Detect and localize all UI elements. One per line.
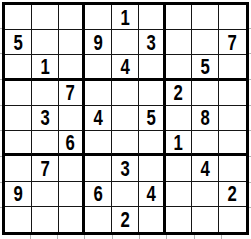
cell-r9c1[interactable] <box>5 207 32 232</box>
cell-r2c7[interactable] <box>166 30 193 55</box>
given-digit: 4 <box>146 182 155 205</box>
cell-r7c9[interactable] <box>219 156 246 181</box>
cell-r7c7[interactable] <box>166 156 193 181</box>
given-digit: 8 <box>201 106 210 129</box>
cell-r5c4[interactable]: 4 <box>85 106 112 131</box>
cell-r1c4[interactable] <box>85 5 112 30</box>
cell-r6c7[interactable]: 1 <box>166 131 193 156</box>
cell-r7c1[interactable] <box>5 156 32 181</box>
cell-r5c5[interactable] <box>112 106 139 131</box>
cell-r7c8[interactable]: 4 <box>192 156 219 181</box>
cell-r1c8[interactable] <box>192 5 219 30</box>
cell-r4c1[interactable] <box>5 81 32 106</box>
cell-r2c9[interactable]: 7 <box>219 30 246 55</box>
cell-r9c2[interactable] <box>32 207 59 232</box>
cell-r4c2[interactable] <box>32 81 59 106</box>
cell-r5c2[interactable]: 3 <box>32 106 59 131</box>
given-digit: 1 <box>120 6 129 29</box>
cell-r1c7[interactable] <box>166 5 193 30</box>
cell-r8c9[interactable]: 2 <box>219 182 246 207</box>
given-digit: 9 <box>94 31 103 54</box>
cell-r6c9[interactable] <box>219 131 246 156</box>
given-digit: 5 <box>13 31 22 54</box>
cell-r7c6[interactable] <box>139 156 166 181</box>
cell-r8c1[interactable]: 9 <box>5 182 32 207</box>
cell-r3c9[interactable] <box>219 55 246 80</box>
cell-r8c3[interactable] <box>59 182 86 207</box>
cell-r9c6[interactable] <box>139 207 166 232</box>
cell-r8c8[interactable] <box>192 182 219 207</box>
given-digit: 1 <box>174 131 183 154</box>
given-digit: 4 <box>94 106 103 129</box>
given-digit: 3 <box>40 106 49 129</box>
cell-r8c6[interactable]: 4 <box>139 182 166 207</box>
given-digit: 2 <box>174 81 183 104</box>
cell-r6c4[interactable] <box>85 131 112 156</box>
cell-r2c4[interactable]: 9 <box>85 30 112 55</box>
cell-r3c5[interactable]: 4 <box>112 55 139 80</box>
cell-r8c4[interactable]: 6 <box>85 182 112 207</box>
cell-r2c3[interactable] <box>59 30 86 55</box>
cell-r7c3[interactable] <box>59 156 86 181</box>
cell-r8c2[interactable] <box>32 182 59 207</box>
cell-r3c6[interactable] <box>139 55 166 80</box>
cell-r4c5[interactable] <box>112 81 139 106</box>
cell-r7c4[interactable] <box>85 156 112 181</box>
cell-r5c8[interactable]: 8 <box>192 106 219 131</box>
given-digit: 7 <box>228 31 237 54</box>
cell-r1c1[interactable] <box>5 5 32 30</box>
given-digit: 4 <box>201 157 210 180</box>
sudoku-puzzle-image: 159371457234586173496422 <box>0 0 251 239</box>
cell-r6c6[interactable] <box>139 131 166 156</box>
cell-r3c1[interactable] <box>5 55 32 80</box>
cell-r2c8[interactable] <box>192 30 219 55</box>
cell-r2c5[interactable] <box>112 30 139 55</box>
cell-r4c7[interactable]: 2 <box>166 81 193 106</box>
cell-r9c4[interactable] <box>85 207 112 232</box>
cell-r9c3[interactable] <box>59 207 86 232</box>
given-digit: 4 <box>120 55 129 78</box>
cell-r3c4[interactable] <box>85 55 112 80</box>
cell-r7c2[interactable]: 7 <box>32 156 59 181</box>
given-digit: 7 <box>66 81 75 104</box>
cell-r4c3[interactable]: 7 <box>59 81 86 106</box>
cell-r9c5[interactable]: 2 <box>112 207 139 232</box>
cell-r2c1[interactable]: 5 <box>5 30 32 55</box>
cell-r3c3[interactable] <box>59 55 86 80</box>
given-digit: 7 <box>40 157 49 180</box>
cell-r8c5[interactable] <box>112 182 139 207</box>
cell-r5c3[interactable] <box>59 106 86 131</box>
cell-r8c7[interactable] <box>166 182 193 207</box>
cell-r2c6[interactable]: 3 <box>139 30 166 55</box>
cell-r4c4[interactable] <box>85 81 112 106</box>
given-digit: 2 <box>120 208 129 231</box>
cell-r1c6[interactable] <box>139 5 166 30</box>
cell-r2c2[interactable] <box>32 30 59 55</box>
cell-r1c5[interactable]: 1 <box>112 5 139 30</box>
given-digit: 1 <box>40 55 49 78</box>
cell-r3c2[interactable]: 1 <box>32 55 59 80</box>
cell-r4c9[interactable] <box>219 81 246 106</box>
cell-r5c6[interactable]: 5 <box>139 106 166 131</box>
cell-r6c5[interactable] <box>112 131 139 156</box>
cell-r5c1[interactable] <box>5 106 32 131</box>
cell-r3c7[interactable] <box>166 55 193 80</box>
cell-r4c6[interactable] <box>139 81 166 106</box>
given-digit: 5 <box>201 55 210 78</box>
sudoku-board: 159371457234586173496422 <box>2 2 249 235</box>
given-digit: 6 <box>66 131 75 154</box>
cell-r9c9[interactable] <box>219 207 246 232</box>
cell-r6c3[interactable]: 6 <box>59 131 86 156</box>
cell-r9c7[interactable] <box>166 207 193 232</box>
given-digit: 9 <box>13 182 22 205</box>
cell-r6c2[interactable] <box>32 131 59 156</box>
given-digit: 6 <box>94 182 103 205</box>
given-digit: 2 <box>228 182 237 205</box>
cell-r6c1[interactable] <box>5 131 32 156</box>
cell-r1c3[interactable] <box>59 5 86 30</box>
cell-r9c8[interactable] <box>192 207 219 232</box>
cell-r4c8[interactable] <box>192 81 219 106</box>
given-digit: 3 <box>120 157 129 180</box>
cell-r1c9[interactable] <box>219 5 246 30</box>
cell-r7c5[interactable]: 3 <box>112 156 139 181</box>
given-digit: 3 <box>146 31 155 54</box>
cell-r1c2[interactable] <box>32 5 59 30</box>
cell-r5c7[interactable] <box>166 106 193 131</box>
given-digit: 5 <box>146 106 155 129</box>
cell-r3c8[interactable]: 5 <box>192 55 219 80</box>
cell-r5c9[interactable] <box>219 106 246 131</box>
cell-r6c8[interactable] <box>192 131 219 156</box>
